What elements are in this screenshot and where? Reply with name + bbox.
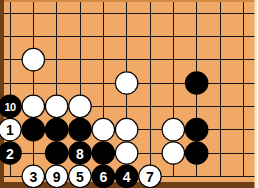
stone-black — [92, 142, 114, 164]
stone-black-4: 4 — [115, 165, 137, 187]
stone-number: 3 — [29, 169, 37, 185]
stone-number: 4 — [123, 169, 131, 185]
stone-black — [185, 142, 207, 164]
stone-number: 1 — [6, 122, 14, 138]
stone-number: 8 — [76, 146, 84, 162]
stone-number: 2 — [6, 146, 14, 162]
stone-black — [45, 142, 67, 164]
stone-white-1: 1 — [0, 118, 21, 140]
stone-black — [185, 118, 207, 140]
stone-number: 6 — [99, 169, 107, 185]
stone-number: 9 — [53, 169, 61, 185]
stone-number: 5 — [76, 169, 84, 185]
stone-white — [22, 95, 44, 117]
board-top-shade — [0, 0, 257, 2]
stone-white — [115, 118, 137, 140]
stone-white-7: 7 — [139, 165, 161, 187]
board-svg: 10128395647 — [0, 0, 257, 188]
stone-black — [45, 118, 67, 140]
board-edge-right — [255, 0, 258, 188]
stone-white — [162, 118, 184, 140]
stone-black — [69, 118, 91, 140]
stone-white-3: 3 — [22, 165, 44, 187]
stone-white — [22, 48, 44, 70]
stone-black-10: 10 — [0, 95, 21, 117]
stone-black — [22, 118, 44, 140]
stone-white-5: 5 — [69, 165, 91, 187]
stone-number: 10 — [4, 101, 16, 113]
stone-black-8: 8 — [69, 142, 91, 164]
stone-white — [115, 142, 137, 164]
stone-white — [162, 142, 184, 164]
stone-white — [69, 95, 91, 117]
go-board-diagram: 10128395647 — [0, 0, 257, 188]
stone-white — [115, 72, 137, 94]
stone-white-9: 9 — [45, 165, 67, 187]
stone-black-6: 6 — [92, 165, 114, 187]
stone-white — [45, 95, 67, 117]
stone-black-2: 2 — [0, 142, 21, 164]
stone-black — [185, 72, 207, 94]
stone-white — [92, 118, 114, 140]
stone-number: 7 — [146, 169, 154, 185]
